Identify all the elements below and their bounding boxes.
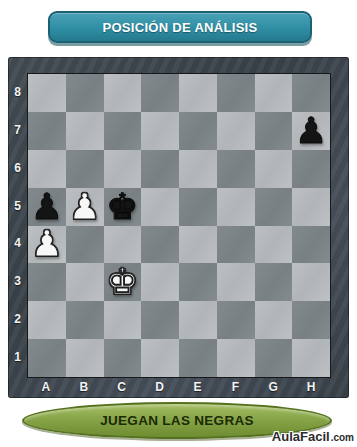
file-label-d: D [141, 377, 179, 397]
square-g3 [255, 263, 293, 301]
rank-label-7: 7 [8, 111, 27, 149]
square-h8 [292, 74, 330, 112]
square-d2 [141, 301, 179, 339]
analysis-title-label: POSICIÓN DE ANÁLISIS [102, 20, 257, 35]
square-b7 [66, 112, 104, 150]
square-f5 [217, 188, 255, 226]
rank-label-6: 6 [8, 149, 27, 187]
rank-label-8: 8 [8, 73, 27, 111]
rank-label-1: 1 [8, 338, 27, 376]
chess-board: 87654321 ♟♟♟♚♟♚ ABCDEFGH [8, 57, 349, 398]
square-a4: ♟ [28, 226, 66, 264]
square-a2 [28, 301, 66, 339]
square-a5: ♟ [28, 188, 66, 226]
rank-label-2: 2 [8, 300, 27, 338]
square-a6 [28, 150, 66, 188]
square-h6 [292, 150, 330, 188]
square-h7: ♟ [292, 112, 330, 150]
brand-name: AulaFacil [272, 429, 330, 444]
square-c2 [104, 301, 142, 339]
square-e3 [179, 263, 217, 301]
file-label-c: C [103, 377, 141, 397]
file-label-b: B [65, 377, 103, 397]
square-d6 [141, 150, 179, 188]
square-c1 [104, 339, 142, 377]
square-h2 [292, 301, 330, 339]
square-g2 [255, 301, 293, 339]
square-f1 [217, 339, 255, 377]
rank-label-3: 3 [8, 262, 27, 300]
square-c7 [104, 112, 142, 150]
square-b6 [66, 150, 104, 188]
square-h4 [292, 226, 330, 264]
square-h5 [292, 188, 330, 226]
black-king-icon: ♚ [106, 189, 138, 225]
square-g5 [255, 188, 293, 226]
square-f6 [217, 150, 255, 188]
square-h3 [292, 263, 330, 301]
square-d8 [141, 74, 179, 112]
square-e6 [179, 150, 217, 188]
white-king-icon: ♚ [106, 264, 138, 300]
square-b1 [66, 339, 104, 377]
square-a8 [28, 74, 66, 112]
square-g8 [255, 74, 293, 112]
square-a7 [28, 112, 66, 150]
square-f4 [217, 226, 255, 264]
square-h1 [292, 339, 330, 377]
square-f8 [217, 74, 255, 112]
square-e2 [179, 301, 217, 339]
square-d4 [141, 226, 179, 264]
analysis-title-banner: POSICIÓN DE ANÁLISIS [48, 11, 312, 43]
file-labels: ABCDEFGH [27, 377, 330, 397]
square-e5 [179, 188, 217, 226]
square-g6 [255, 150, 293, 188]
white-pawn-icon: ♟ [68, 189, 100, 225]
square-c6 [104, 150, 142, 188]
aulafacil-brand-link[interactable]: AulaFacil .com [272, 429, 354, 444]
square-f7 [217, 112, 255, 150]
square-d5 [141, 188, 179, 226]
square-a1 [28, 339, 66, 377]
square-f3 [217, 263, 255, 301]
square-d3 [141, 263, 179, 301]
square-d1 [141, 339, 179, 377]
file-label-f: F [216, 377, 254, 397]
square-e1 [179, 339, 217, 377]
square-c4 [104, 226, 142, 264]
square-e4 [179, 226, 217, 264]
square-a3 [28, 263, 66, 301]
square-e8 [179, 74, 217, 112]
side-to-move-label: JUEGAN LAS NEGRAS [100, 413, 254, 428]
rank-label-4: 4 [8, 225, 27, 263]
square-b8 [66, 74, 104, 112]
square-c3: ♚ [104, 263, 142, 301]
white-pawn-icon: ♟ [31, 226, 63, 262]
analysis-diagram: POSICIÓN DE ANÁLISIS 87654321 ♟♟♟♚♟♚ ABC… [0, 0, 357, 447]
file-label-g: G [254, 377, 292, 397]
square-b5: ♟ [66, 188, 104, 226]
file-label-a: A [27, 377, 65, 397]
square-b2 [66, 301, 104, 339]
brand-suffix: .com [331, 432, 354, 443]
square-e7 [179, 112, 217, 150]
black-pawn-icon: ♟ [295, 113, 327, 149]
board-grid: ♟♟♟♚♟♚ [27, 73, 331, 378]
file-label-h: H [292, 377, 330, 397]
black-pawn-icon: ♟ [31, 189, 63, 225]
square-c8 [104, 74, 142, 112]
rank-labels: 87654321 [8, 73, 27, 376]
square-f2 [217, 301, 255, 339]
file-label-e: E [179, 377, 217, 397]
square-g7 [255, 112, 293, 150]
square-b4 [66, 226, 104, 264]
square-g1 [255, 339, 293, 377]
square-c5: ♚ [104, 188, 142, 226]
rank-label-5: 5 [8, 187, 27, 225]
square-g4 [255, 226, 293, 264]
square-b3 [66, 263, 104, 301]
square-d7 [141, 112, 179, 150]
